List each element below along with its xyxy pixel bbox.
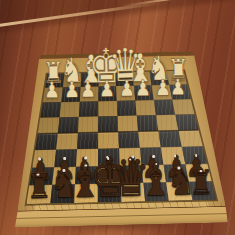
square-e7	[97, 166, 120, 184]
square-b8	[166, 182, 193, 201]
square-c4	[137, 115, 159, 131]
photo-scene: ♜♞♝♚♛♝♞♜♟♟♟♟♟♟♟♟♟♟♟♟♟♟♟♟♜♞♝♚♛♝♞♜	[0, 0, 235, 235]
square-a6	[182, 146, 207, 164]
square-f8	[73, 184, 98, 203]
square-f1	[80, 72, 98, 86]
square-c2	[134, 85, 154, 100]
square-f2	[79, 86, 98, 101]
square-e6	[97, 148, 119, 166]
square-g6	[54, 149, 78, 167]
square-g5	[56, 133, 79, 150]
square-f3	[79, 101, 99, 117]
square-b5	[158, 130, 181, 147]
chess-board: ♜♞♝♚♛♝♞♜♟♟♟♟♟♟♟♟♟♟♟♟♟♟♟♟♜♞♝♚♛♝♞♜	[0, 0, 235, 235]
square-d7	[120, 165, 144, 183]
square-a2	[169, 84, 190, 99]
square-f6	[76, 149, 99, 167]
square-b4	[156, 115, 178, 131]
square-g2	[61, 87, 81, 102]
square-b2	[152, 85, 173, 100]
square-a3	[172, 99, 194, 115]
square-c8	[143, 182, 169, 201]
square-b6	[161, 147, 185, 165]
square-g4	[58, 117, 80, 133]
square-h6	[32, 150, 57, 168]
square-g3	[59, 101, 80, 117]
square-g1	[63, 73, 82, 87]
square-f4	[78, 116, 99, 132]
square-h8	[26, 185, 53, 204]
square-e2	[98, 86, 117, 101]
square-h3	[40, 102, 62, 118]
square-h2	[43, 87, 64, 102]
square-b1	[149, 71, 169, 85]
square-a8	[189, 181, 216, 200]
square-h1	[45, 73, 65, 87]
square-d1	[115, 72, 133, 86]
square-g8	[50, 185, 76, 204]
square-e3	[98, 101, 118, 117]
square-g7	[52, 167, 77, 185]
square-f7	[75, 166, 99, 184]
square-d8	[121, 183, 146, 202]
square-e8	[97, 183, 121, 202]
square-d4	[117, 115, 138, 131]
square-h4	[37, 117, 60, 133]
square-c3	[135, 100, 156, 116]
square-c6	[140, 147, 164, 165]
square-a5	[178, 130, 202, 147]
square-d2	[116, 86, 135, 101]
square-b7	[163, 164, 188, 182]
square-c7	[142, 165, 167, 183]
square-d6	[119, 148, 142, 166]
square-e4	[98, 116, 118, 132]
square-c5	[138, 131, 161, 148]
square-a7	[185, 164, 211, 182]
square-d3	[117, 100, 137, 116]
square-d5	[118, 131, 140, 148]
square-f5	[77, 132, 99, 149]
square-c1	[132, 71, 151, 85]
square-e1	[98, 72, 116, 86]
square-a1	[166, 70, 187, 84]
square-h5	[35, 133, 59, 150]
square-a4	[175, 114, 198, 130]
square-e5	[98, 132, 119, 149]
square-b3	[154, 99, 176, 115]
square-h7	[29, 167, 55, 185]
